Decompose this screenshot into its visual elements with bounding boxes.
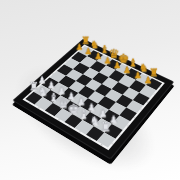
gold-pawn-h7-piece[interactable]: ♟ — [135, 69, 161, 91]
playfield: abcdefgh abcdefgh 87654321 87654321 ♜♞♝♛… — [22, 44, 164, 150]
scene: abcdefgh abcdefgh 87654321 87654321 ♜♞♝♛… — [0, 0, 180, 180]
coord-label-1: 1 — [111, 142, 114, 145]
chess-board: abcdefgh abcdefgh 87654321 87654321 ♜♞♝♛… — [12, 39, 174, 160]
silver-rook-h1-piece[interactable]: ♜ — [92, 115, 121, 139]
board-grid: ♜♞♝♛♚♝♞♜♟♟♟♟♟♟♟♟♟♟♟♟♟♟♟♟♜♞♝♛♚♝♞♜ — [25, 46, 162, 148]
chess-set-photo: abcdefgh abcdefgh 87654321 87654321 ♜♞♝♛… — [0, 0, 180, 180]
board-frame: abcdefgh abcdefgh 87654321 87654321 ♜♞♝♛… — [12, 39, 174, 160]
